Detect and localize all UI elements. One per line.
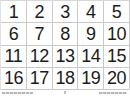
footer-fineprint-right xyxy=(99,92,127,94)
cell-14: 14 xyxy=(78,46,104,68)
cell-11: 11 xyxy=(1,46,27,68)
cell-8: 8 xyxy=(53,23,79,45)
footer-fineprint-left xyxy=(2,92,33,94)
cell-20: 20 xyxy=(104,68,130,90)
cell-5: 5 xyxy=(104,1,130,23)
cell-3: 3 xyxy=(53,1,79,23)
cell-12: 12 xyxy=(27,46,53,68)
footer-page-number-mark xyxy=(64,91,66,94)
cell-2: 2 xyxy=(27,1,53,23)
cell-17: 17 xyxy=(27,68,53,90)
cell-16: 16 xyxy=(1,68,27,90)
cell-19: 19 xyxy=(78,68,104,90)
cell-15: 15 xyxy=(104,46,130,68)
cell-4: 4 xyxy=(78,1,104,23)
cell-10: 10 xyxy=(104,23,130,45)
cell-7: 7 xyxy=(27,23,53,45)
cell-9: 9 xyxy=(78,23,104,45)
number-grid: 1 2 3 4 5 6 7 8 9 10 11 12 13 14 15 16 1… xyxy=(0,0,130,90)
cell-18: 18 xyxy=(53,68,79,90)
cell-1: 1 xyxy=(1,1,27,23)
printable-number-chart-page: 1 2 3 4 5 6 7 8 9 10 11 12 13 14 15 16 1… xyxy=(0,0,130,99)
cell-13: 13 xyxy=(53,46,79,68)
cell-6: 6 xyxy=(1,23,27,45)
